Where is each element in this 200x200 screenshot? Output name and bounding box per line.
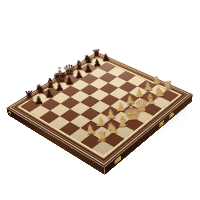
board-grid: ♜♟♟♜♞♟♟♞♝♟♟♝♛♟♟♛♚♟♟♚♝♟♟♝♞♟♟♞♜♟♟♜ <box>21 58 179 155</box>
brass-hinge-icon <box>160 119 164 127</box>
king-finial <box>58 66 61 69</box>
chess-board: ♜♟♟♜♞♟♟♞♝♟♟♝♛♟♟♛♚♟♟♚♝♟♟♝♞♟♟♞♜♟♟♜ <box>6 52 192 168</box>
brass-hinge-icon <box>170 111 174 119</box>
playing-field: ♜♟♟♜♞♟♟♞♝♟♟♝♛♟♟♛♚♟♟♚♝♟♟♝♞♟♟♞♜♟♟♜ <box>21 58 179 155</box>
photo-scene: ♜♟♟♜♞♟♟♞♝♟♟♝♛♟♟♛♚♟♟♚♝♟♟♝♞♟♟♞♜♟♟♜ <box>0 0 200 200</box>
